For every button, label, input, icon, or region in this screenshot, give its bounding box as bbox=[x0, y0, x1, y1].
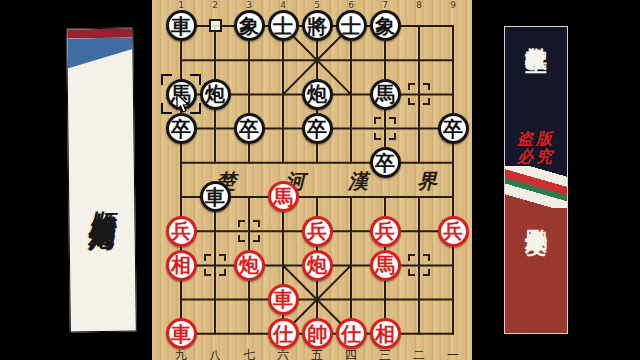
piece-black-cannon[interactable]: 炮 bbox=[200, 79, 231, 110]
piece-red-soldier[interactable]: 兵 bbox=[302, 216, 333, 247]
piece-red-soldier[interactable]: 兵 bbox=[370, 216, 401, 247]
piece-red-general[interactable]: 帥 bbox=[302, 318, 333, 349]
banner-blue-band bbox=[67, 38, 132, 69]
piece-red-chariot[interactable]: 車 bbox=[268, 284, 299, 315]
piece-black-elephant[interactable]: 象 bbox=[370, 10, 401, 41]
piece-black-elephant[interactable]: 象 bbox=[234, 10, 265, 41]
mouse-cursor-icon bbox=[176, 94, 192, 113]
piece-black-horse[interactable]: 馬 bbox=[370, 79, 401, 110]
piece-layer: 車象士將士象馬炮炮馬卒卒卒卒卒車馬兵兵兵兵相炮炮馬車車仕帥仕相 bbox=[164, 9, 470, 351]
piece-red-advisor[interactable]: 仕 bbox=[336, 318, 367, 349]
piece-red-chariot[interactable]: 車 bbox=[166, 318, 197, 349]
piece-red-horse[interactable]: 馬 bbox=[268, 181, 299, 212]
piece-red-cannon[interactable]: 炮 bbox=[234, 250, 265, 281]
video-frame: { "game": "xiangqi", "position": { "fen"… bbox=[0, 0, 640, 360]
piece-black-advisor[interactable]: 士 bbox=[336, 10, 367, 41]
channel-name: 象棋教室 bbox=[505, 29, 567, 129]
channel-banner-top: 象棋教室 盗版 必究 bbox=[505, 27, 567, 166]
piece-black-advisor[interactable]: 士 bbox=[268, 10, 299, 41]
piece-red-advisor[interactable]: 仕 bbox=[268, 318, 299, 349]
piece-black-general[interactable]: 將 bbox=[302, 10, 333, 41]
piece-black-soldier[interactable]: 卒 bbox=[234, 113, 265, 144]
opening-title: 順炮橫車破夾馬炮局 bbox=[68, 71, 136, 330]
piece-black-soldier[interactable]: 卒 bbox=[438, 113, 469, 144]
banner-red-band bbox=[67, 29, 132, 39]
channel-banner-bottom: 金鹏十八变 bbox=[505, 208, 567, 333]
piece-black-soldier[interactable]: 卒 bbox=[370, 147, 401, 178]
xiangqi-board: 123456789 九八七六五四三二一 楚 河 漢 界 車象士將士象馬炮炮馬卒卒… bbox=[152, 0, 472, 360]
piece-black-soldier[interactable]: 卒 bbox=[166, 113, 197, 144]
piece-black-cannon[interactable]: 炮 bbox=[302, 79, 333, 110]
piece-black-soldier[interactable]: 卒 bbox=[302, 113, 333, 144]
diagonal-stripes bbox=[505, 166, 567, 208]
piece-red-elephant[interactable]: 相 bbox=[370, 318, 401, 349]
copyright-warning: 盗版 必究 bbox=[517, 130, 555, 166]
left-title-banner: 順炮橫車破夾馬炮局 bbox=[66, 28, 137, 333]
piece-black-chariot[interactable]: 車 bbox=[200, 181, 231, 212]
warning-line-2: 必究 bbox=[517, 148, 555, 166]
piece-red-soldier[interactable]: 兵 bbox=[166, 216, 197, 247]
piece-red-cannon[interactable]: 炮 bbox=[302, 250, 333, 281]
series-title: 金鹏十八变 bbox=[505, 211, 567, 333]
piece-red-soldier[interactable]: 兵 bbox=[438, 216, 469, 247]
warning-line-1: 盗版 bbox=[517, 130, 555, 148]
right-channel-banner: 象棋教室 盗版 必究 金鹏十八变 bbox=[504, 26, 568, 334]
piece-red-horse[interactable]: 馬 bbox=[370, 250, 401, 281]
piece-red-elephant[interactable]: 相 bbox=[166, 250, 197, 281]
piece-black-chariot[interactable]: 車 bbox=[166, 10, 197, 41]
